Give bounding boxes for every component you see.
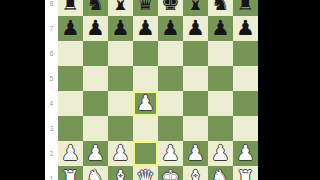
- rank-label-4: 4: [45, 91, 58, 116]
- square-b2[interactable]: ♟: [83, 141, 108, 166]
- square-f1[interactable]: ♝: [183, 166, 208, 180]
- rank-label-7: 7: [45, 16, 58, 41]
- white-knight-icon[interactable]: ♞: [211, 166, 230, 180]
- rank-label-1: 1: [45, 166, 58, 180]
- square-g1[interactable]: ♞: [208, 166, 233, 180]
- square-d3[interactable]: [133, 116, 158, 141]
- white-queen-icon[interactable]: ♛: [136, 166, 155, 180]
- black-rook-icon[interactable]: ♜: [61, 0, 80, 16]
- white-pawn-icon[interactable]: ♟: [61, 141, 80, 166]
- square-g3[interactable]: [208, 116, 233, 141]
- white-pawn-icon[interactable]: ♟: [186, 141, 205, 166]
- square-a4[interactable]: [58, 91, 83, 116]
- rank-label-8: 8: [45, 0, 58, 16]
- white-bishop-icon[interactable]: ♝: [111, 166, 130, 180]
- white-pawn-icon[interactable]: ♟: [86, 141, 105, 166]
- white-king-icon[interactable]: ♚: [161, 166, 180, 180]
- black-knight-icon[interactable]: ♞: [86, 0, 105, 16]
- square-c3[interactable]: [108, 116, 133, 141]
- square-e7[interactable]: ♟: [158, 16, 183, 41]
- black-pawn-icon[interactable]: ♟: [186, 16, 205, 41]
- white-knight-icon[interactable]: ♞: [86, 166, 105, 180]
- square-h3[interactable]: [233, 116, 258, 141]
- square-f5[interactable]: [183, 66, 208, 91]
- rank-label-3: 3: [45, 116, 58, 141]
- black-bishop-icon[interactable]: ♝: [111, 0, 130, 16]
- square-d1[interactable]: ♛: [133, 166, 158, 180]
- white-pawn-icon[interactable]: ♟: [236, 141, 255, 166]
- square-b5[interactable]: [83, 66, 108, 91]
- white-pawn-icon[interactable]: ♟: [161, 141, 180, 166]
- white-bishop-icon[interactable]: ♝: [186, 166, 205, 180]
- black-queen-icon[interactable]: ♛: [136, 0, 155, 16]
- square-c2[interactable]: ♟: [108, 141, 133, 166]
- square-f7[interactable]: ♟: [183, 16, 208, 41]
- square-f6[interactable]: [183, 41, 208, 66]
- square-f4[interactable]: [183, 91, 208, 116]
- square-a5[interactable]: [58, 66, 83, 91]
- square-a8[interactable]: ♜: [58, 0, 83, 16]
- chess-board: ♜♞♝♛♚♝♞♜♟♟♟♟♟♟♟♟♟♟♟♟♟♟♟♟♜♞♝♛♚♝♞♜: [58, 0, 258, 180]
- square-g4[interactable]: [208, 91, 233, 116]
- rank-label-6: 6: [45, 41, 58, 66]
- square-e4[interactable]: [158, 91, 183, 116]
- black-pawn-icon[interactable]: ♟: [61, 16, 80, 41]
- square-d7[interactable]: ♟: [133, 16, 158, 41]
- square-h2[interactable]: ♟: [233, 141, 258, 166]
- square-c5[interactable]: [108, 66, 133, 91]
- square-c8[interactable]: ♝: [108, 0, 133, 16]
- square-e2[interactable]: ♟: [158, 141, 183, 166]
- square-a1[interactable]: ♜: [58, 166, 83, 180]
- square-c4[interactable]: [108, 91, 133, 116]
- square-h8[interactable]: ♜: [233, 0, 258, 16]
- square-g2[interactable]: ♟: [208, 141, 233, 166]
- black-pawn-icon[interactable]: ♟: [236, 16, 255, 41]
- square-g5[interactable]: [208, 66, 233, 91]
- square-b4[interactable]: [83, 91, 108, 116]
- square-a6[interactable]: [58, 41, 83, 66]
- square-f2[interactable]: ♟: [183, 141, 208, 166]
- square-h1[interactable]: ♜: [233, 166, 258, 180]
- square-e3[interactable]: [158, 116, 183, 141]
- square-h4[interactable]: [233, 91, 258, 116]
- white-pawn-icon[interactable]: ♟: [111, 141, 130, 166]
- square-f3[interactable]: [183, 116, 208, 141]
- square-c6[interactable]: [108, 41, 133, 66]
- rank-label-5: 5: [45, 66, 58, 91]
- black-pawn-icon[interactable]: ♟: [211, 16, 230, 41]
- black-rook-icon[interactable]: ♜: [236, 0, 255, 16]
- square-e8[interactable]: ♚: [158, 0, 183, 16]
- square-a2[interactable]: ♟: [58, 141, 83, 166]
- square-e6[interactable]: [158, 41, 183, 66]
- rank-label-strip: 87654321: [45, 0, 58, 180]
- square-c7[interactable]: ♟: [108, 16, 133, 41]
- black-pawn-icon[interactable]: ♟: [111, 16, 130, 41]
- white-pawn-icon[interactable]: ♟: [211, 141, 230, 166]
- square-h6[interactable]: [233, 41, 258, 66]
- black-pawn-icon[interactable]: ♟: [136, 16, 155, 41]
- square-e5[interactable]: [158, 66, 183, 91]
- square-d4[interactable]: ♟: [133, 91, 158, 116]
- white-pawn-icon[interactable]: ♟: [136, 91, 155, 116]
- square-a7[interactable]: ♟: [58, 16, 83, 41]
- square-h5[interactable]: [233, 66, 258, 91]
- square-d8[interactable]: ♛: [133, 0, 158, 16]
- square-d6[interactable]: [133, 41, 158, 66]
- square-b1[interactable]: ♞: [83, 166, 108, 180]
- square-a3[interactable]: [58, 116, 83, 141]
- square-b8[interactable]: ♞: [83, 0, 108, 16]
- square-d5[interactable]: [133, 66, 158, 91]
- square-b7[interactable]: ♟: [83, 16, 108, 41]
- white-rook-icon[interactable]: ♜: [61, 166, 80, 180]
- square-g8[interactable]: ♞: [208, 0, 233, 16]
- chess-app-viewport: 87654321 ♜♞♝♛♚♝♞♜♟♟♟♟♟♟♟♟♟♟♟♟♟♟♟♟♜♞♝♛♚♝♞…: [0, 0, 320, 180]
- black-king-icon[interactable]: ♚: [161, 0, 180, 16]
- square-d2[interactable]: [133, 141, 158, 166]
- square-b6[interactable]: [83, 41, 108, 66]
- rank-label-2: 2: [45, 141, 58, 166]
- square-f8[interactable]: ♝: [183, 0, 208, 16]
- black-pawn-icon[interactable]: ♟: [86, 16, 105, 41]
- white-rook-icon[interactable]: ♜: [236, 166, 255, 180]
- black-bishop-icon[interactable]: ♝: [186, 0, 205, 16]
- black-knight-icon[interactable]: ♞: [211, 0, 230, 16]
- square-c1[interactable]: ♝: [108, 166, 133, 180]
- black-pawn-icon[interactable]: ♟: [161, 16, 180, 41]
- square-g7[interactable]: ♟: [208, 16, 233, 41]
- square-b3[interactable]: [83, 116, 108, 141]
- square-g6[interactable]: [208, 41, 233, 66]
- square-e1[interactable]: ♚: [158, 166, 183, 180]
- square-h7[interactable]: ♟: [233, 16, 258, 41]
